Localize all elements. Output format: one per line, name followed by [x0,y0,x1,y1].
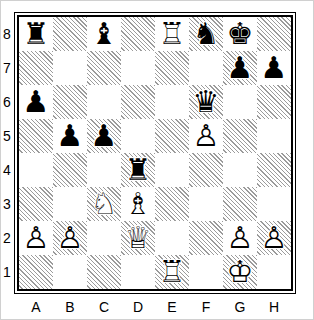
square-b6 [53,85,87,119]
piece-outline-layer: ♙ [189,119,223,153]
black-pawn-b5: ♟ [53,119,87,153]
square-h2: ♟♙ [257,221,291,255]
square-f4 [189,153,223,187]
rank-label-3: 3 [1,187,13,221]
file-label-g: G [223,296,257,318]
white-king-g1: ♚♔ [223,255,257,289]
square-e7 [155,51,189,85]
file-label-e: E [155,296,189,318]
rank-label-8: 8 [1,17,13,51]
black-bishop-c8: ♝ [87,17,121,51]
rank-label-4: 4 [1,153,13,187]
square-a6: ♟ [19,85,53,119]
square-b3 [53,187,87,221]
square-c2 [87,221,121,255]
piece-ink-layer: ♜ [19,17,53,51]
black-pawn-a6: ♟ [19,85,53,119]
square-d8 [121,17,155,51]
square-d5 [121,119,155,153]
piece-outline-layer: ♕ [121,221,155,255]
square-f5: ♟♙ [189,119,223,153]
piece-outline-layer: ♘ [87,187,121,221]
square-e3 [155,187,189,221]
piece-ink-layer: ♟ [223,51,257,85]
square-g2: ♟♙ [223,221,257,255]
square-h4 [257,153,291,187]
square-d1 [121,255,155,289]
white-bishop-d3: ♝♗ [121,187,155,221]
piece-outline-layer: ♔ [223,255,257,289]
board-frame: ♜♝♜♖♞♚♟♟♟♛♟♟♟♙♜♞♘♝♗♟♙♟♙♛♕♟♙♟♙♜♖♚♔ [14,12,296,294]
square-d2: ♛♕ [121,221,155,255]
square-f7 [189,51,223,85]
piece-outline-layer: ♗ [121,187,155,221]
piece-ink-layer: ♚ [223,17,257,51]
file-label-a: A [19,296,53,318]
piece-outline-layer: ♙ [53,221,87,255]
square-c7 [87,51,121,85]
white-pawn-h2: ♟♙ [257,221,291,255]
square-g6 [223,85,257,119]
square-d4: ♜ [121,153,155,187]
piece-ink-layer: ♟ [19,85,53,119]
black-pawn-g7: ♟ [223,51,257,85]
square-g3 [223,187,257,221]
square-c1 [87,255,121,289]
square-a2: ♟♙ [19,221,53,255]
square-a1 [19,255,53,289]
square-h3 [257,187,291,221]
chess-diagram-page: 87654321 ♜♝♜♖♞♚♟♟♟♛♟♟♟♙♜♞♘♝♗♟♙♟♙♛♕♟♙♟♙♜♖… [0,0,314,320]
square-g5 [223,119,257,153]
square-c4 [87,153,121,187]
black-king-g8: ♚ [223,17,257,51]
square-e5 [155,119,189,153]
piece-ink-layer: ♟ [53,119,87,153]
piece-ink-layer: ♝ [87,17,121,51]
square-a3 [19,187,53,221]
file-label-f: F [189,296,223,318]
square-a7 [19,51,53,85]
board-inner-border: ♜♝♜♖♞♚♟♟♟♛♟♟♟♙♜♞♘♝♗♟♙♟♙♛♕♟♙♟♙♜♖♚♔ [17,15,293,291]
file-label-d: D [121,296,155,318]
square-b5: ♟ [53,119,87,153]
square-f8: ♞ [189,17,223,51]
square-b2: ♟♙ [53,221,87,255]
square-f6: ♛ [189,85,223,119]
square-f3 [189,187,223,221]
piece-ink-layer: ♟ [87,119,121,153]
piece-outline-layer: ♖ [155,17,189,51]
square-a8: ♜ [19,17,53,51]
square-h5 [257,119,291,153]
black-pawn-h7: ♟ [257,51,291,85]
white-pawn-g2: ♟♙ [223,221,257,255]
white-queen-d2: ♛♕ [121,221,155,255]
piece-outline-layer: ♙ [223,221,257,255]
file-labels: ABCDEFGH [19,296,291,318]
white-pawn-a2: ♟♙ [19,221,53,255]
square-c5: ♟ [87,119,121,153]
black-knight-f8: ♞ [189,17,223,51]
rank-label-6: 6 [1,85,13,119]
square-d7 [121,51,155,85]
square-e2 [155,221,189,255]
square-d6 [121,85,155,119]
square-d3: ♝♗ [121,187,155,221]
rank-label-5: 5 [1,119,13,153]
white-knight-c3: ♞♘ [87,187,121,221]
square-a5 [19,119,53,153]
square-h1 [257,255,291,289]
black-pawn-c5: ♟ [87,119,121,153]
white-pawn-f5: ♟♙ [189,119,223,153]
rank-label-1: 1 [1,255,13,289]
square-b7 [53,51,87,85]
square-h6 [257,85,291,119]
square-e6 [155,85,189,119]
black-rook-a8: ♜ [19,17,53,51]
square-c3: ♞♘ [87,187,121,221]
square-g4 [223,153,257,187]
piece-outline-layer: ♖ [155,255,189,289]
square-e4 [155,153,189,187]
square-b4 [53,153,87,187]
white-rook-e8: ♜♖ [155,17,189,51]
square-c6 [87,85,121,119]
piece-ink-layer: ♟ [257,51,291,85]
file-label-c: C [87,296,121,318]
piece-ink-layer: ♞ [189,17,223,51]
piece-outline-layer: ♙ [257,221,291,255]
square-h8 [257,17,291,51]
rank-label-2: 2 [1,221,13,255]
square-f2 [189,221,223,255]
white-rook-e1: ♜♖ [155,255,189,289]
square-g1: ♚♔ [223,255,257,289]
file-label-b: B [53,296,87,318]
square-e8: ♜♖ [155,17,189,51]
rank-labels: 87654321 [1,17,13,289]
square-b1 [53,255,87,289]
chess-board: ♜♝♜♖♞♚♟♟♟♛♟♟♟♙♜♞♘♝♗♟♙♟♙♛♕♟♙♟♙♜♖♚♔ [19,17,291,289]
piece-ink-layer: ♛ [189,85,223,119]
square-e1: ♜♖ [155,255,189,289]
rank-label-7: 7 [1,51,13,85]
square-h7: ♟ [257,51,291,85]
black-queen-f6: ♛ [189,85,223,119]
square-c8: ♝ [87,17,121,51]
piece-outline-layer: ♙ [19,221,53,255]
white-pawn-b2: ♟♙ [53,221,87,255]
square-f1 [189,255,223,289]
square-b8 [53,17,87,51]
square-a4 [19,153,53,187]
square-g7: ♟ [223,51,257,85]
piece-ink-layer: ♜ [121,153,155,187]
square-g8: ♚ [223,17,257,51]
file-label-h: H [257,296,291,318]
black-rook-d4: ♜ [121,153,155,187]
